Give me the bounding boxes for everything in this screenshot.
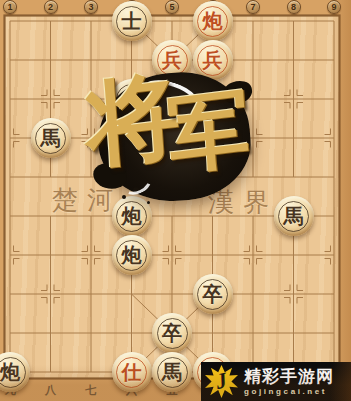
piece-black-卒[interactable]: 卒 [152,313,192,353]
piece-black-炮[interactable]: 炮 [112,196,152,236]
piece-black-馬[interactable]: 馬 [31,118,71,158]
piece-glyph: 兵 [203,50,223,70]
piece-glyph: 馬 [162,362,182,382]
piece-glyph: 炮 [203,11,223,31]
file-number-bottom-3: 七 [86,385,97,396]
file-number-top-2: 2 [44,0,58,14]
piece-glyph: 将 [122,89,142,109]
piece-glyph: 馬 [41,128,61,148]
piece-black-馬[interactable]: 馬 [152,352,192,392]
piece-black-炮[interactable]: 炮 [112,235,152,275]
piece-glyph: 炮 [0,362,20,382]
file-number-top-8: 8 [287,0,301,14]
piece-glyph: 仕 [122,362,142,382]
piece-red-炮[interactable]: 炮 [193,1,233,41]
logo-j-glyph: J [201,361,243,401]
file-number-top-1: 1 [3,0,17,14]
piece-black-将[interactable]: 将 [112,79,152,119]
piece-glyph: 兵 [162,50,182,70]
piece-black-馬[interactable]: 馬 [274,196,314,236]
file-number-top-9: 9 [327,0,341,14]
piece-black-士[interactable]: 士 [112,1,152,41]
piece-glyph: 卒 [203,284,223,304]
watermark-site-url: gojingcai.net [244,387,334,397]
xiangqi-board-screen: 123456789 九八七六五四三二一 楚河 漢界 士炮兵兵将馬炮馬炮卒卒炮仕馬… [0,0,351,401]
river-label-hanjie: 漢界 [208,190,278,216]
piece-glyph: 卒 [162,323,182,343]
piece-glyph: 士 [122,11,142,31]
piece-glyph: 炮 [122,245,142,265]
file-number-top-7: 7 [246,0,260,14]
site-logo-icon: J [204,364,239,399]
file-number-top-5: 5 [165,0,179,14]
piece-black-卒[interactable]: 卒 [193,274,233,314]
piece-red-兵[interactable]: 兵 [193,40,233,80]
watermark-site-name: 精彩手游网 [244,367,334,386]
site-watermark: J 精彩手游网 gojingcai.net [201,362,351,401]
piece-red-仕[interactable]: 仕 [112,352,152,392]
piece-red-兵[interactable]: 兵 [152,40,192,80]
file-number-bottom-2: 八 [45,385,56,396]
piece-glyph: 馬 [284,206,304,226]
piece-glyph: 炮 [122,206,142,226]
file-number-top-3: 3 [84,0,98,14]
